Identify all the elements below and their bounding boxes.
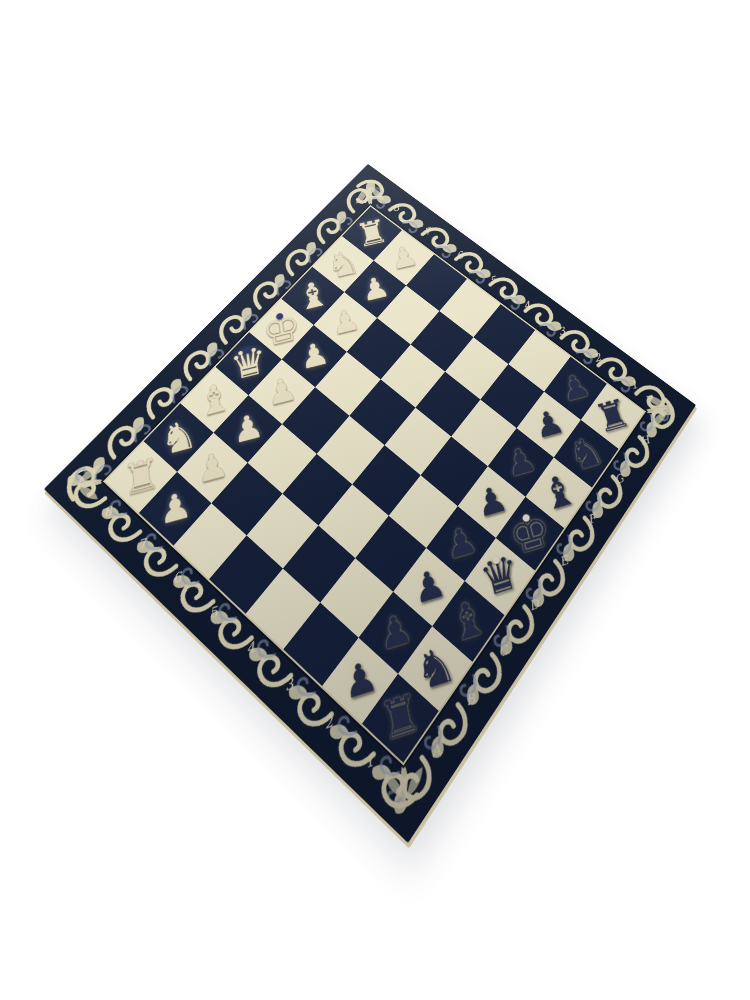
pearl-finial: [492, 555, 501, 565]
rank-label-left-8: 8: [104, 503, 113, 520]
rank-label-left-6: 6: [173, 569, 183, 587]
blue-finial: [276, 313, 283, 321]
board-grid: ♜♞♝♛♚♝♞♜♟♟♟♟♟♟♟♟♟♟♟♟♟♟♟♟♜♞♝♛♚♝♞♜: [105, 207, 644, 763]
rank-label-left-7: 7: [138, 536, 147, 554]
pearl-finial: [522, 513, 531, 522]
rank-label-left-3: 3: [284, 675, 295, 695]
photo-canvas: ♜♞♝♛♚♝♞♜♟♟♟♟♟♟♟♟♟♟♟♟♟♟♟♟♜♞♝♛♚♝♞♜ 88A77B6…: [0, 0, 750, 1000]
blue-finial: [243, 346, 251, 354]
rank-label-left-5: 5: [209, 603, 219, 622]
chess-board: ♜♞♝♛♚♝♞♜♟♟♟♟♟♟♟♟♟♟♟♟♟♟♟♟♜♞♝♛♚♝♞♜ 88A77B6…: [44, 164, 696, 843]
rank-label-left-4: 4: [246, 639, 256, 658]
